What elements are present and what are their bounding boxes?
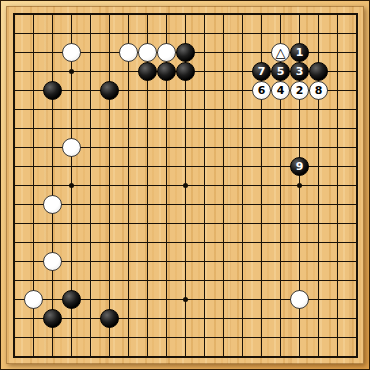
black-stone[interactable]: [100, 81, 119, 100]
black-stone[interactable]: [309, 62, 328, 81]
board-frame: △175364289: [1, 1, 369, 369]
black-stone[interactable]: [100, 309, 119, 328]
move-number: 8: [315, 85, 323, 96]
black-stone[interactable]: [138, 62, 157, 81]
move-number: 6: [258, 85, 266, 96]
move-number: 4: [277, 85, 285, 96]
move-number: 5: [277, 66, 285, 77]
move-number: 7: [258, 66, 266, 77]
triangle-mark: △: [276, 46, 286, 59]
black-stone-move-3[interactable]: 3: [290, 62, 309, 81]
white-stone-move-8[interactable]: 8: [309, 81, 328, 100]
black-stone[interactable]: [176, 62, 195, 81]
white-stone-move-6[interactable]: 6: [252, 81, 271, 100]
move-number: 2: [296, 85, 304, 96]
white-stone[interactable]: [119, 43, 138, 62]
black-stone-move-7[interactable]: 7: [252, 62, 271, 81]
white-stone[interactable]: [157, 43, 176, 62]
black-stone[interactable]: [43, 81, 62, 100]
black-stone[interactable]: [43, 309, 62, 328]
move-number: 3: [296, 66, 304, 77]
white-stone[interactable]: [43, 195, 62, 214]
white-stone[interactable]: [138, 43, 157, 62]
white-stone[interactable]: [62, 43, 81, 62]
move-number: 1: [296, 47, 304, 58]
go-board: △175364289: [0, 0, 370, 370]
white-stone[interactable]: [43, 252, 62, 271]
move-number: 9: [296, 161, 304, 172]
white-stone-triangle[interactable]: △: [271, 43, 290, 62]
black-stone-move-5[interactable]: 5: [271, 62, 290, 81]
white-stone[interactable]: [24, 290, 43, 309]
white-stone[interactable]: [290, 290, 309, 309]
white-stone[interactable]: [62, 138, 81, 157]
white-stone-move-4[interactable]: 4: [271, 81, 290, 100]
board-face[interactable]: △175364289: [6, 6, 364, 364]
white-stone-move-2[interactable]: 2: [290, 81, 309, 100]
black-stone[interactable]: [157, 62, 176, 81]
black-stone[interactable]: [62, 290, 81, 309]
stones-layer: △175364289: [14, 14, 357, 357]
black-stone[interactable]: [176, 43, 195, 62]
black-stone-move-1[interactable]: 1: [290, 43, 309, 62]
black-stone-move-9[interactable]: 9: [290, 157, 309, 176]
